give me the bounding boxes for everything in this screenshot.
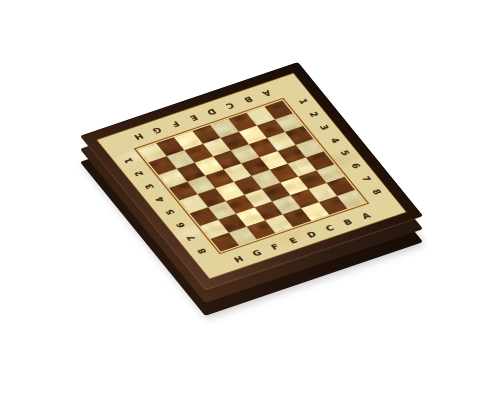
photo-canvas: HGFEDCBAHGFEDCBA1234567812345678: [0, 0, 500, 400]
file-label-bottom-e: E: [284, 234, 303, 247]
file-label-top-c: C: [220, 99, 239, 112]
file-label-top-a: A: [257, 87, 276, 100]
file-label-top-e: E: [184, 111, 203, 124]
rank-label-left-2: 2: [130, 167, 149, 180]
rank-label-right-8: 8: [367, 185, 386, 198]
rank-label-right-7: 7: [356, 172, 375, 185]
rank-label-right-2: 2: [304, 108, 323, 121]
rank-label-left-3: 3: [140, 180, 159, 193]
file-label-top-g: G: [147, 124, 166, 137]
file-label-top-f: F: [166, 118, 185, 131]
rank-label-left-7: 7: [182, 232, 201, 245]
rank-label-right-5: 5: [335, 147, 354, 160]
file-label-bottom-f: F: [266, 241, 285, 254]
file-label-bottom-a: A: [357, 210, 376, 223]
rank-label-right-4: 4: [325, 134, 344, 147]
rank-label-right-3: 3: [314, 121, 333, 134]
file-label-bottom-h: H: [229, 253, 248, 266]
file-label-top-d: D: [202, 105, 221, 118]
file-label-bottom-d: D: [302, 228, 321, 241]
rank-label-right-6: 6: [346, 160, 365, 173]
rank-label-right-1: 1: [294, 95, 313, 108]
file-label-bottom-c: C: [320, 222, 339, 235]
rank-label-left-1: 1: [119, 154, 138, 167]
file-label-bottom-b: B: [339, 216, 358, 229]
file-label-top-b: B: [238, 93, 257, 106]
file-label-top-h: H: [129, 130, 148, 143]
rank-label-left-6: 6: [171, 219, 190, 232]
rank-label-left-5: 5: [161, 206, 180, 219]
rank-label-left-4: 4: [151, 193, 170, 206]
rank-label-left-8: 8: [192, 244, 211, 257]
file-label-bottom-g: G: [247, 247, 266, 260]
